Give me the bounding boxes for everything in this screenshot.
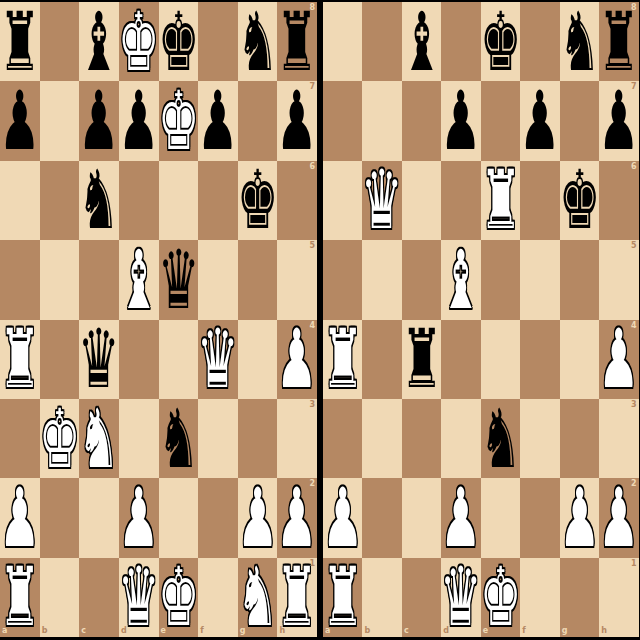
square-g5[interactable] — [238, 240, 278, 319]
square-b1[interactable]: b — [40, 558, 80, 637]
square-h1[interactable]: 1h — [599, 558, 638, 637]
square-h3[interactable]: 3 — [599, 399, 638, 478]
square-f3[interactable] — [198, 399, 238, 478]
file-label-c: c — [404, 627, 409, 635]
square-g6[interactable]: ♚ — [560, 161, 599, 240]
black-pawn-piece: ♟ — [598, 80, 639, 161]
square-e6[interactable] — [159, 161, 199, 240]
square-g3[interactable] — [238, 399, 278, 478]
black-king-piece: ♚ — [237, 160, 278, 241]
black-pawn-piece: ♟ — [519, 80, 560, 161]
rank-label-8: 8 — [309, 4, 315, 12]
square-c2[interactable] — [402, 478, 441, 557]
square-d3[interactable] — [441, 399, 480, 478]
file-label-h: h — [601, 627, 607, 635]
square-c7[interactable] — [402, 81, 441, 160]
rank-label-5: 5 — [309, 242, 315, 250]
square-g7[interactable] — [238, 81, 278, 160]
square-f5[interactable] — [198, 240, 238, 319]
file-label-d: d — [443, 627, 449, 635]
square-f6[interactable] — [520, 161, 559, 240]
rank-label-2: 2 — [309, 480, 315, 488]
rank-label-4: 4 — [309, 322, 315, 330]
square-b3[interactable]: ♚ — [40, 399, 80, 478]
square-g8[interactable]: ♞ — [560, 2, 599, 81]
file-label-b: b — [42, 627, 48, 635]
square-f7[interactable]: ♟ — [520, 81, 559, 160]
rank-label-5: 5 — [631, 242, 637, 250]
square-h5[interactable]: 5 — [277, 240, 317, 319]
board-left: ♜♝♚♚♞♜8♟♟♟♚♟♟7♞♚6♝♛5♜♛♛♟4♚♞♞3♟♟♟♟2♜abc♛d… — [0, 2, 317, 637]
square-a1[interactable]: ♜a — [323, 558, 362, 637]
black-knight-piece: ♞ — [559, 1, 600, 82]
square-a5[interactable] — [323, 240, 362, 319]
file-label-g: g — [240, 627, 246, 635]
square-b7[interactable] — [40, 81, 80, 160]
square-g4[interactable] — [560, 320, 599, 399]
square-e3[interactable]: ♞ — [159, 399, 199, 478]
square-h7[interactable]: ♟7 — [599, 81, 638, 160]
square-h6[interactable]: 6 — [599, 161, 638, 240]
black-pawn-piece: ♟ — [118, 80, 159, 161]
square-e8[interactable]: ♚ — [159, 2, 199, 81]
white-pawn-piece: ♟ — [440, 477, 481, 558]
square-f4[interactable] — [520, 320, 559, 399]
square-f8[interactable] — [198, 2, 238, 81]
black-pawn-piece: ♟ — [276, 80, 317, 161]
white-bishop-piece: ♝ — [118, 239, 159, 320]
double-chess-diagram: { "game": "chess", "description_layout":… — [0, 0, 640, 640]
white-pawn-piece: ♟ — [0, 477, 41, 558]
rank-label-6: 6 — [631, 163, 637, 171]
square-e1[interactable]: ♚e — [481, 558, 520, 637]
black-pawn-piece: ♟ — [440, 80, 481, 161]
square-a5[interactable] — [0, 240, 40, 319]
file-label-d: d — [121, 627, 127, 635]
rank-label-2: 2 — [631, 480, 637, 488]
square-g2[interactable]: ♟ — [238, 478, 278, 557]
square-b8[interactable] — [40, 2, 80, 81]
white-knight-piece: ♞ — [78, 398, 119, 479]
square-b5[interactable] — [40, 240, 80, 319]
square-b1[interactable]: b — [362, 558, 401, 637]
square-e5[interactable]: ♛ — [159, 240, 199, 319]
white-king-piece: ♚ — [158, 80, 199, 161]
white-bishop-piece: ♝ — [440, 239, 481, 320]
square-b2[interactable] — [362, 478, 401, 557]
white-pawn-piece: ♟ — [598, 318, 639, 399]
square-c4[interactable]: ♛ — [79, 320, 119, 399]
square-g5[interactable] — [560, 240, 599, 319]
white-pawn-piece: ♟ — [276, 477, 317, 558]
square-d2[interactable]: ♟ — [119, 478, 159, 557]
square-a8[interactable] — [323, 2, 362, 81]
square-e2[interactable] — [159, 478, 199, 557]
square-e3[interactable]: ♞ — [481, 399, 520, 478]
rank-label-3: 3 — [631, 401, 637, 409]
black-knight-piece: ♞ — [480, 398, 521, 479]
square-a7[interactable]: ♟ — [0, 81, 40, 160]
white-rook-piece: ♜ — [0, 318, 41, 399]
white-pawn-piece: ♟ — [598, 477, 639, 558]
square-a3[interactable] — [0, 399, 40, 478]
square-g2[interactable]: ♟ — [560, 478, 599, 557]
white-pawn-piece: ♟ — [276, 318, 317, 399]
rank-label-7: 7 — [631, 83, 637, 91]
square-b7[interactable] — [362, 81, 401, 160]
file-label-e: e — [161, 627, 166, 635]
square-g1[interactable]: ♞g — [238, 558, 278, 637]
square-d1[interactable]: ♛d — [119, 558, 159, 637]
square-c6[interactable]: ♞ — [79, 161, 119, 240]
square-b8[interactable] — [362, 2, 401, 81]
square-h8[interactable]: ♜8 — [599, 2, 638, 81]
square-f5[interactable] — [520, 240, 559, 319]
square-f2[interactable] — [520, 478, 559, 557]
file-label-g: g — [562, 627, 568, 635]
square-a2[interactable]: ♟ — [323, 478, 362, 557]
black-king-piece: ♚ — [480, 1, 521, 82]
square-a2[interactable]: ♟ — [0, 478, 40, 557]
square-h4[interactable]: ♟4 — [277, 320, 317, 399]
black-king-piece: ♚ — [559, 160, 600, 241]
white-pawn-piece: ♟ — [322, 477, 363, 558]
square-e2[interactable] — [481, 478, 520, 557]
file-label-a: a — [325, 627, 330, 635]
square-g4[interactable] — [238, 320, 278, 399]
square-g3[interactable] — [560, 399, 599, 478]
square-c5[interactable] — [79, 240, 119, 319]
white-king-piece: ♚ — [39, 398, 80, 479]
square-c1[interactable]: c — [402, 558, 441, 637]
square-g1[interactable]: g — [560, 558, 599, 637]
rank-label-6: 6 — [309, 163, 315, 171]
black-pawn-piece: ♟ — [0, 80, 41, 161]
square-d2[interactable]: ♟ — [441, 478, 480, 557]
square-h8[interactable]: ♜8 — [277, 2, 317, 81]
square-e8[interactable]: ♚ — [481, 2, 520, 81]
rank-label-3: 3 — [309, 401, 315, 409]
square-d6[interactable] — [441, 161, 480, 240]
file-label-h: h — [279, 627, 285, 635]
square-e7[interactable]: ♚ — [159, 81, 199, 160]
rank-label-4: 4 — [631, 322, 637, 330]
square-e6[interactable]: ♜ — [481, 161, 520, 240]
square-g7[interactable] — [560, 81, 599, 160]
square-c3[interactable]: ♞ — [79, 399, 119, 478]
square-f8[interactable] — [520, 2, 559, 81]
rank-label-7: 7 — [309, 83, 315, 91]
white-pawn-piece: ♟ — [118, 477, 159, 558]
file-label-f: f — [200, 627, 203, 635]
square-b2[interactable] — [40, 478, 80, 557]
black-king-piece: ♚ — [158, 1, 199, 82]
square-h1[interactable]: ♜1h — [277, 558, 317, 637]
black-knight-piece: ♞ — [78, 160, 119, 241]
square-h7[interactable]: ♟7 — [277, 81, 317, 160]
square-b6[interactable] — [40, 161, 80, 240]
square-b3[interactable] — [362, 399, 401, 478]
square-b5[interactable] — [362, 240, 401, 319]
square-d8[interactable] — [441, 2, 480, 81]
square-d4[interactable] — [441, 320, 480, 399]
square-g6[interactable]: ♚ — [238, 161, 278, 240]
square-d8[interactable]: ♚ — [119, 2, 159, 81]
black-queen-piece: ♛ — [78, 318, 119, 399]
square-c8[interactable]: ♝ — [79, 2, 119, 81]
square-d4[interactable] — [119, 320, 159, 399]
square-a1[interactable]: ♜a — [0, 558, 40, 637]
square-b6[interactable]: ♛ — [362, 161, 401, 240]
square-c2[interactable] — [79, 478, 119, 557]
square-a4[interactable]: ♜ — [323, 320, 362, 399]
square-c4[interactable]: ♜ — [402, 320, 441, 399]
black-knight-piece: ♞ — [237, 1, 278, 82]
black-rook-piece: ♜ — [0, 1, 41, 82]
white-queen-piece: ♛ — [197, 318, 238, 399]
square-a6[interactable] — [323, 161, 362, 240]
white-pawn-piece: ♟ — [237, 477, 278, 558]
square-e7[interactable] — [481, 81, 520, 160]
square-c3[interactable] — [402, 399, 441, 478]
square-a6[interactable] — [0, 161, 40, 240]
square-d5[interactable]: ♝ — [119, 240, 159, 319]
black-pawn-piece: ♟ — [197, 80, 238, 161]
square-a8[interactable]: ♜ — [0, 2, 40, 81]
black-queen-piece: ♛ — [158, 239, 199, 320]
black-bishop-piece: ♝ — [78, 1, 119, 82]
square-g8[interactable]: ♞ — [238, 2, 278, 81]
square-e4[interactable] — [481, 320, 520, 399]
square-h2[interactable]: ♟2 — [599, 478, 638, 557]
square-h3[interactable]: 3 — [277, 399, 317, 478]
black-bishop-piece: ♝ — [401, 1, 442, 82]
square-f1[interactable]: f — [520, 558, 559, 637]
black-rook-piece: ♜ — [276, 1, 317, 82]
rank-label-1: 1 — [309, 560, 315, 568]
square-h6[interactable]: 6 — [277, 161, 317, 240]
black-rook-piece: ♜ — [598, 1, 639, 82]
square-d1[interactable]: ♛d — [441, 558, 480, 637]
square-f6[interactable] — [198, 161, 238, 240]
black-pawn-piece: ♟ — [78, 80, 119, 161]
file-label-b: b — [364, 627, 370, 635]
square-f3[interactable] — [520, 399, 559, 478]
file-label-e: e — [483, 627, 488, 635]
square-a7[interactable] — [323, 81, 362, 160]
square-f4[interactable]: ♛ — [198, 320, 238, 399]
square-c7[interactable]: ♟ — [79, 81, 119, 160]
square-c1[interactable]: c — [79, 558, 119, 637]
square-b4[interactable] — [40, 320, 80, 399]
square-a4[interactable]: ♜ — [0, 320, 40, 399]
square-c5[interactable] — [402, 240, 441, 319]
square-c8[interactable]: ♝ — [402, 2, 441, 81]
square-d3[interactable] — [119, 399, 159, 478]
square-h2[interactable]: ♟2 — [277, 478, 317, 557]
file-label-c: c — [81, 627, 86, 635]
square-b4[interactable] — [362, 320, 401, 399]
black-knight-piece: ♞ — [158, 398, 199, 479]
rank-label-1: 1 — [631, 560, 637, 568]
square-h5[interactable]: 5 — [599, 240, 638, 319]
white-rook-piece: ♜ — [480, 160, 521, 241]
square-e4[interactable] — [159, 320, 199, 399]
square-e5[interactable] — [481, 240, 520, 319]
square-f2[interactable] — [198, 478, 238, 557]
square-e1[interactable]: ♚e — [159, 558, 199, 637]
white-rook-piece: ♜ — [322, 318, 363, 399]
square-d6[interactable] — [119, 161, 159, 240]
black-rook-piece: ♜ — [401, 318, 442, 399]
white-queen-piece: ♛ — [361, 160, 402, 241]
board-right: ♝♚♞♜8♟♟♟7♛♜♚6♝5♜♜♟4♞3♟♟♟♟2♜abc♛d♚efg1h — [323, 2, 637, 637]
square-d5[interactable]: ♝ — [441, 240, 480, 319]
white-king-piece: ♚ — [118, 1, 159, 82]
square-f1[interactable]: f — [198, 558, 238, 637]
square-c6[interactable] — [402, 161, 441, 240]
file-label-a: a — [2, 627, 7, 635]
square-f7[interactable]: ♟ — [198, 81, 238, 160]
square-h4[interactable]: ♟4 — [599, 320, 638, 399]
file-label-f: f — [522, 627, 525, 635]
rank-label-8: 8 — [631, 4, 637, 12]
square-d7[interactable]: ♟ — [119, 81, 159, 160]
square-d7[interactable]: ♟ — [441, 81, 480, 160]
square-a3[interactable] — [323, 399, 362, 478]
white-pawn-piece: ♟ — [559, 477, 600, 558]
